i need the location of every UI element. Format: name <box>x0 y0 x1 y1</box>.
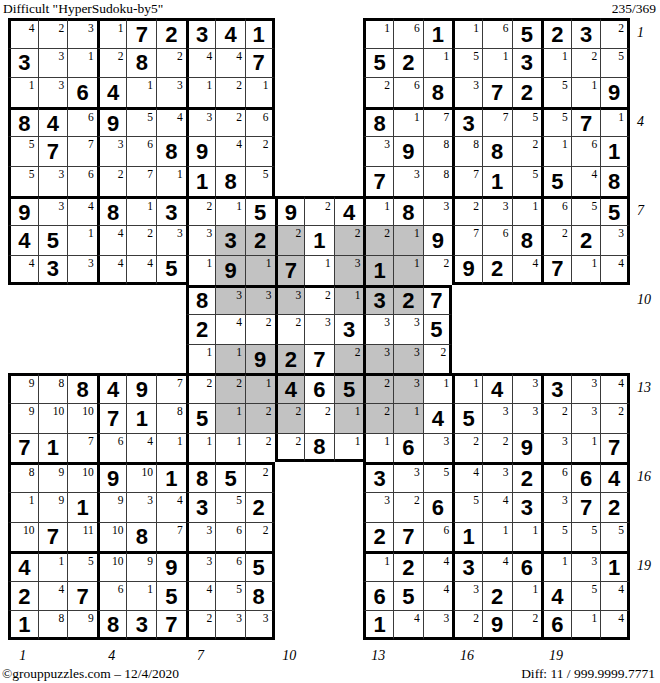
cell-r9c17: 2 <box>482 255 512 285</box>
solve-counter: 235/369 <box>612 1 656 17</box>
given-digit: 4 <box>544 582 571 611</box>
hint-digit: 4 <box>207 583 213 596</box>
cell-r15c17: 2 <box>482 433 512 463</box>
cell-r17c1: 1 <box>8 492 38 522</box>
cell-r21c13: 1 <box>363 610 393 640</box>
hint-digit: 3 <box>503 200 509 213</box>
cell-r15c8: 1 <box>215 433 245 463</box>
cell-r3c15: 8 <box>423 77 453 107</box>
given-digit: 5 <box>216 465 245 492</box>
hint-digit: 1 <box>355 435 361 448</box>
hint-digit: 5 <box>592 524 598 537</box>
hint-digit: 10 <box>82 466 94 479</box>
given-digit: 2 <box>278 345 305 374</box>
given-digit: 4 <box>39 110 68 137</box>
cell-r10c7: 8 <box>186 285 216 315</box>
cell-r19c7: 3 <box>186 551 216 581</box>
hint-digit: 2 <box>618 405 624 418</box>
hint-digit: 2 <box>441 346 447 359</box>
cell-r18c14: 7 <box>393 522 423 552</box>
cell-r16c8: 5 <box>215 462 245 492</box>
hint-digit: 5 <box>88 555 94 568</box>
cell-r17c20: 7 <box>571 492 601 522</box>
given-digit: 6 <box>394 434 423 463</box>
hint-digit: 9 <box>58 466 64 479</box>
cell-r10c8: 3 <box>215 285 245 315</box>
cell-r13c16: 1 <box>452 373 482 403</box>
cell-r20c9: 8 <box>245 581 275 611</box>
col-label-4: 4 <box>97 648 127 664</box>
cell-r1c5: 7 <box>126 18 156 48</box>
cell-r19c8: 6 <box>215 551 245 581</box>
hint-digit: 5 <box>473 494 479 507</box>
cell-r17c15: 6 <box>423 492 453 522</box>
given-digit: 3 <box>455 110 482 137</box>
cell-r13c19: 3 <box>541 373 571 403</box>
cell-r4c1: 8 <box>8 107 38 137</box>
cell-r2c14: 2 <box>393 48 423 78</box>
cell-r3c6: 3 <box>156 77 186 107</box>
given-digit: 4 <box>11 554 38 581</box>
given-digit: 2 <box>157 21 186 48</box>
given-digit: 3 <box>11 49 38 78</box>
given-digit: 3 <box>189 493 216 522</box>
hint-digit: 3 <box>207 227 213 240</box>
cell-r6c20: 4 <box>571 166 601 196</box>
hint-digit: 4 <box>532 257 538 270</box>
hint-digit: 1 <box>592 257 598 270</box>
hint-digit: 6 <box>88 111 94 124</box>
hint-digit: 3 <box>503 466 509 479</box>
given-digit: 4 <box>601 465 627 492</box>
cell-r18c19: 5 <box>541 522 571 552</box>
cell-r19c4: 10 <box>97 551 127 581</box>
cell-r11c7: 2 <box>186 314 216 344</box>
cell-r7c5: 1 <box>126 196 156 226</box>
hint-digit: 2 <box>325 405 331 418</box>
given-digit: 7 <box>305 345 334 374</box>
cell-r20c19: 4 <box>541 581 571 611</box>
given-digit: 9 <box>394 137 423 166</box>
cell-r1c17: 6 <box>482 18 512 48</box>
hint-digit: 2 <box>236 79 242 92</box>
cell-r14c21: 2 <box>600 403 630 433</box>
cell-r16c20: 6 <box>571 462 601 492</box>
hint-digit: 2 <box>532 612 538 625</box>
given-digit: 1 <box>189 167 216 196</box>
cell-r8c3: 1 <box>67 225 97 255</box>
hint-digit: 6 <box>503 227 509 240</box>
cell-r17c5: 3 <box>126 492 156 522</box>
cell-r4c20: 7 <box>571 107 601 137</box>
cell-r10c14: 2 <box>393 285 423 315</box>
cell-r15c4: 6 <box>97 433 127 463</box>
given-digit: 5 <box>157 256 186 282</box>
given-digit: 8 <box>246 582 272 611</box>
given-digit: 5 <box>424 315 450 344</box>
cell-r6c3: 6 <box>67 166 97 196</box>
hint-digit: 1 <box>236 405 242 418</box>
cell-r21c15: 3 <box>423 610 453 640</box>
hint-digit: 3 <box>473 583 479 596</box>
given-digit: 2 <box>394 288 423 315</box>
hint-digit: 3 <box>207 524 213 537</box>
cell-r5c15: 8 <box>423 136 453 166</box>
cell-r12c10: 2 <box>275 344 305 374</box>
given-digit: 7 <box>544 256 571 282</box>
given-digit: 7 <box>278 256 305 285</box>
hint-digit: 2 <box>177 50 183 63</box>
given-digit: 2 <box>11 582 38 611</box>
given-digit: 5 <box>246 554 272 581</box>
hint-digit: 3 <box>325 316 331 329</box>
cell-r8c15: 9 <box>423 225 453 255</box>
hint-digit: 10 <box>142 466 154 479</box>
given-digit: 3 <box>127 611 156 637</box>
hint-digit: 11 <box>83 524 94 537</box>
given-digit: 6 <box>305 376 334 403</box>
hint-digit: 3 <box>118 138 124 151</box>
hint-digit: 4 <box>147 257 153 270</box>
cell-r14c4: 7 <box>97 403 127 433</box>
given-digit: 7 <box>157 611 186 637</box>
hint-digit: 10 <box>23 524 35 537</box>
hint-digit: 8 <box>444 168 450 181</box>
cell-r14c5: 1 <box>126 403 156 433</box>
hint-digit: 4 <box>177 494 183 507</box>
hint-digit: 1 <box>444 50 450 63</box>
hint-digit: 5 <box>618 50 624 63</box>
cell-r11c13: 3 <box>363 314 393 344</box>
cell-r11c15: 5 <box>423 314 453 344</box>
cell-r13c10: 4 <box>275 373 305 403</box>
given-digit: 4 <box>424 404 453 433</box>
cell-r2c18: 3 <box>512 48 542 78</box>
cell-r13c11: 6 <box>304 373 334 403</box>
cell-r21c8: 3 <box>215 610 245 640</box>
cell-r5c7: 9 <box>186 136 216 166</box>
cell-r6c2: 3 <box>38 166 68 196</box>
cell-r6c16: 7 <box>452 166 482 196</box>
hint-digit: 7 <box>503 111 509 124</box>
given-digit: 7 <box>39 523 68 552</box>
given-digit: 8 <box>100 611 127 637</box>
cell-r1c15: 1 <box>423 18 453 48</box>
hint-digit: 1 <box>473 22 479 35</box>
cell-r2c8: 4 <box>215 48 245 78</box>
cell-r19c6: 9 <box>156 551 186 581</box>
hint-digit: 2 <box>266 316 272 329</box>
given-digit: 9 <box>601 78 627 107</box>
cell-r3c20: 1 <box>571 77 601 107</box>
cell-r11c12: 3 <box>334 314 364 344</box>
cell-r7c21: 5 <box>600 196 630 226</box>
hint-digit: 1 <box>147 79 153 92</box>
hint-digit: 2 <box>236 377 242 390</box>
hint-digit: 1 <box>88 227 94 240</box>
given-digit: 1 <box>246 21 272 48</box>
cell-r3c4: 4 <box>97 77 127 107</box>
hint-digit: 6 <box>562 200 568 213</box>
cell-r5c18: 2 <box>512 136 542 166</box>
given-digit: 1 <box>601 554 627 581</box>
given-digit: 5 <box>544 167 571 196</box>
cell-r7c13: 1 <box>363 196 393 226</box>
hint-digit: 5 <box>532 111 538 124</box>
given-digit: 7 <box>572 493 601 522</box>
given-digit: 8 <box>394 199 423 226</box>
hint-digit: 1 <box>263 79 269 92</box>
cell-r16c7: 8 <box>186 462 216 492</box>
cell-r17c7: 3 <box>186 492 216 522</box>
cell-r8c16: 7 <box>452 225 482 255</box>
cell-r16c18: 2 <box>512 462 542 492</box>
hint-digit: 4 <box>118 227 124 240</box>
hint-digit: 2 <box>207 612 213 625</box>
given-digit: 8 <box>157 137 186 166</box>
cell-r17c3: 1 <box>67 492 97 522</box>
cell-r8c6: 3 <box>156 225 186 255</box>
given-digit: 9 <box>455 256 482 282</box>
cell-r8c5: 2 <box>126 225 156 255</box>
hint-digit: 3 <box>88 257 94 270</box>
row-label-7: 7 <box>637 196 659 226</box>
cell-r14c11: 2 <box>304 403 334 433</box>
row-label-1: 1 <box>637 18 659 48</box>
given-digit: 3 <box>216 226 245 255</box>
cell-r7c10: 9 <box>275 196 305 226</box>
hint-digit: 6 <box>444 524 450 537</box>
cell-r16c16: 4 <box>452 462 482 492</box>
cell-r11c9: 2 <box>245 314 275 344</box>
cell-r1c8: 4 <box>215 18 245 48</box>
hint-digit: 2 <box>562 227 568 240</box>
cell-r8c21: 3 <box>600 225 630 255</box>
hint-digit: 6 <box>562 466 568 479</box>
hint-digit: 4 <box>618 257 624 270</box>
cell-r6c8: 8 <box>215 166 245 196</box>
cell-r19c3: 5 <box>67 551 97 581</box>
col-label-16: 16 <box>452 648 482 664</box>
hint-digit: 7 <box>177 377 183 390</box>
hint-digit: 3 <box>58 79 64 92</box>
cell-r1c21: 2 <box>600 18 630 48</box>
hint-digit: 1 <box>266 377 272 390</box>
given-digit: 7 <box>100 404 127 433</box>
given-digit: 4 <box>483 376 512 403</box>
cell-r20c15: 4 <box>423 581 453 611</box>
cell-r8c20: 2 <box>571 225 601 255</box>
cell-r16c17: 3 <box>482 462 512 492</box>
cell-r6c6: 1 <box>156 166 186 196</box>
given-digit: 6 <box>544 611 571 637</box>
cell-r2c13: 5 <box>363 48 393 78</box>
cell-r3c2: 3 <box>38 77 68 107</box>
hint-digit: 4 <box>236 316 242 329</box>
cell-r9c18: 4 <box>512 255 542 285</box>
given-digit: 9 <box>513 434 542 463</box>
hint-digit: 7 <box>88 138 94 151</box>
cell-r5c1: 5 <box>8 136 38 166</box>
copyright-text: ©grouppuzzles.com – 12/4/2020 <box>2 666 179 682</box>
cell-r6c13: 7 <box>363 166 393 196</box>
hint-digit: 3 <box>592 555 598 568</box>
hint-digit: 3 <box>444 200 450 213</box>
cell-r20c6: 5 <box>156 581 186 611</box>
cell-r20c14: 5 <box>393 581 423 611</box>
cell-r9c2: 3 <box>38 255 68 285</box>
given-digit: 6 <box>424 493 453 522</box>
cell-r13c4: 4 <box>97 373 127 403</box>
cell-r13c13: 2 <box>363 373 393 403</box>
given-digit: 8 <box>601 167 627 196</box>
cell-r21c18: 2 <box>512 610 542 640</box>
hint-digit: 3 <box>618 227 624 240</box>
cell-r5c19: 1 <box>541 136 571 166</box>
cell-r13c6: 7 <box>156 373 186 403</box>
cell-r13c12: 5 <box>334 373 364 403</box>
hint-digit: 5 <box>29 138 35 151</box>
cell-r9c8: 9 <box>215 255 245 285</box>
given-digit: 5 <box>157 582 186 611</box>
given-digit: 4 <box>100 78 127 107</box>
hint-digit: 3 <box>207 555 213 568</box>
cell-r9c1: 4 <box>8 255 38 285</box>
hint-digit: 5 <box>263 168 269 181</box>
hint-digit: 3 <box>355 257 361 270</box>
cell-r4c9: 6 <box>245 107 275 137</box>
hint-digit: 5 <box>592 200 598 213</box>
hint-digit: 4 <box>88 200 94 213</box>
cell-r13c14: 3 <box>393 373 423 403</box>
cell-r15c15: 3 <box>423 433 453 463</box>
hint-digit: 1 <box>384 555 390 568</box>
given-digit: 9 <box>483 611 512 637</box>
cell-r1c14: 6 <box>393 18 423 48</box>
cell-r15c9: 2 <box>245 433 275 463</box>
hint-digit: 8 <box>58 377 64 390</box>
cell-r20c1: 2 <box>8 581 38 611</box>
hint-digit: 3 <box>503 405 509 418</box>
hint-digit: 5 <box>592 583 598 596</box>
cell-r14c20: 3 <box>571 403 601 433</box>
hint-digit: 3 <box>414 316 420 329</box>
cell-r19c16: 3 <box>452 551 482 581</box>
given-digit: 4 <box>335 199 364 226</box>
given-digit: 9 <box>424 226 453 255</box>
cell-r2c4: 2 <box>97 48 127 78</box>
cell-r8c19: 2 <box>541 225 571 255</box>
hint-digit: 1 <box>88 50 94 63</box>
cell-r14c10: 2 <box>275 403 305 433</box>
hint-digit: 3 <box>532 377 538 390</box>
cell-r21c20: 1 <box>571 610 601 640</box>
hint-digit: 3 <box>414 168 420 181</box>
cell-r18c15: 6 <box>423 522 453 552</box>
hint-digit: 8 <box>473 138 479 151</box>
cell-r9c21: 4 <box>600 255 630 285</box>
cell-r12c7: 1 <box>186 344 216 374</box>
cell-r8c11: 1 <box>304 225 334 255</box>
cell-r6c14: 3 <box>393 166 423 196</box>
hint-digit: 9 <box>118 494 124 507</box>
sudoku-board: 4231723411611652323312824475215131251364… <box>8 18 630 640</box>
given-digit: 1 <box>39 434 68 463</box>
cell-r7c12: 4 <box>334 196 364 226</box>
cell-r3c13: 2 <box>363 77 393 107</box>
cell-r6c9: 5 <box>245 166 275 196</box>
hint-digit: 1 <box>325 257 331 270</box>
hint-digit: 5 <box>473 50 479 63</box>
hint-digit: 1 <box>444 377 450 390</box>
hint-digit: 10 <box>82 405 94 418</box>
cell-r13c9: 1 <box>245 373 275 403</box>
hint-digit: 3 <box>414 346 420 359</box>
cell-r20c20: 5 <box>571 581 601 611</box>
cell-r7c3: 4 <box>67 196 97 226</box>
hint-digit: 2 <box>147 227 153 240</box>
hint-digit: 1 <box>384 435 390 448</box>
given-digit: 5 <box>601 199 627 226</box>
hint-digit: 6 <box>147 138 153 151</box>
hint-digit: 3 <box>58 168 64 181</box>
hint-digit: 3 <box>414 466 420 479</box>
hint-digit: 1 <box>177 435 183 448</box>
hint-digit: 1 <box>177 168 183 181</box>
given-digit: 8 <box>11 110 38 137</box>
cell-r8c13: 2 <box>363 225 393 255</box>
cell-r18c8: 6 <box>215 522 245 552</box>
cell-r17c8: 5 <box>215 492 245 522</box>
hint-digit: 9 <box>88 612 94 625</box>
cell-r1c7: 3 <box>186 18 216 48</box>
cell-r20c18: 1 <box>512 581 542 611</box>
cell-r9c13: 1 <box>363 255 393 285</box>
hint-digit: 6 <box>236 555 242 568</box>
hint-digit: 3 <box>592 405 598 418</box>
cell-r20c5: 1 <box>126 581 156 611</box>
cell-r4c14: 1 <box>393 107 423 137</box>
cell-r16c15: 5 <box>423 462 453 492</box>
hint-digit: 2 <box>118 50 124 63</box>
cell-r9c11: 1 <box>304 255 334 285</box>
given-digit: 8 <box>483 137 512 166</box>
hint-digit: 8 <box>177 405 183 418</box>
given-digit: 9 <box>189 137 216 166</box>
cell-r15c20: 1 <box>571 433 601 463</box>
hint-digit: 4 <box>444 583 450 596</box>
hint-digit: 4 <box>618 377 624 390</box>
hint-digit: 4 <box>503 555 509 568</box>
cell-r11c14: 3 <box>393 314 423 344</box>
cell-r21c19: 6 <box>541 610 571 640</box>
hint-digit: 3 <box>384 138 390 151</box>
cell-r5c20: 6 <box>571 136 601 166</box>
hint-digit: 1 <box>29 79 35 92</box>
given-digit: 3 <box>455 554 482 581</box>
given-digit: 1 <box>366 611 393 637</box>
cell-r17c9: 2 <box>245 492 275 522</box>
hint-digit: 6 <box>414 22 420 35</box>
cell-r2c21: 5 <box>600 48 630 78</box>
cell-r6c1: 5 <box>8 166 38 196</box>
given-digit: 7 <box>11 434 38 463</box>
hint-digit: 4 <box>118 257 124 270</box>
given-digit: 7 <box>394 523 423 552</box>
cell-r17c13: 3 <box>363 492 393 522</box>
hint-digit: 6 <box>503 22 509 35</box>
cell-r16c5: 10 <box>126 462 156 492</box>
